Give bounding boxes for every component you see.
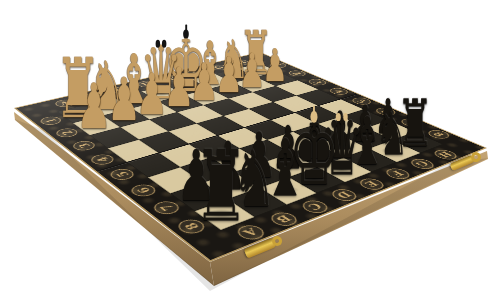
crown-cross [313, 106, 315, 113]
white-pawn[interactable]: ♟ [215, 52, 243, 101]
crown-finial [155, 40, 160, 47]
crown-finial [310, 111, 317, 123]
white-pawn[interactable]: ♟ [262, 43, 288, 88]
chess-set-photo: 11AA22BB33CC44DD55EE66FF77GG88HH ♜♞♝♛♚♝♞… [0, 0, 500, 307]
crown-finial [343, 113, 348, 121]
black-rook[interactable]: ♜ [194, 138, 249, 235]
crown-cross [185, 25, 187, 31]
white-pawn[interactable]: ♟ [163, 61, 194, 115]
white-pawn[interactable]: ♟ [107, 71, 141, 131]
crown-finial [162, 40, 167, 47]
white-pawn[interactable]: ♟ [239, 47, 266, 94]
white-pawn[interactable]: ♟ [76, 76, 111, 139]
pieces-layer: ♜♞♝♛♚♝♞♜♟♟♟♟♟♟♟♟♜♞♝♚♛♝♞♜♟♟♟♟♟♟♟♟ [0, 0, 500, 307]
